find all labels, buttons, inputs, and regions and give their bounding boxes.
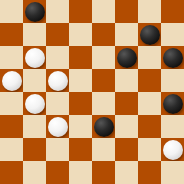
square-2[interactable]	[69, 0, 92, 23]
square-1[interactable]: ●	[23, 0, 46, 23]
square-30[interactable]	[46, 161, 69, 184]
square-23[interactable]: ●	[92, 115, 115, 138]
white-piece[interactable]: ●	[25, 94, 45, 114]
square-10[interactable]	[69, 46, 92, 69]
square-8[interactable]: ●	[138, 23, 161, 46]
square-32[interactable]	[138, 161, 161, 184]
square-27[interactable]	[115, 138, 138, 161]
square-3[interactable]	[115, 0, 138, 23]
square-light-r4c4	[92, 92, 115, 115]
square-light-r5c7	[161, 115, 184, 138]
square-light-r3c3	[69, 69, 92, 92]
square-light-r5c5	[115, 115, 138, 138]
square-light-r6c6	[138, 138, 161, 161]
square-28[interactable]: ●	[161, 138, 184, 161]
square-26[interactable]	[69, 138, 92, 161]
white-piece[interactable]: ●	[48, 71, 68, 91]
square-light-r6c2	[46, 138, 69, 161]
square-21[interactable]	[0, 115, 23, 138]
square-light-r7c3	[69, 161, 92, 184]
square-6[interactable]	[46, 23, 69, 46]
square-light-r0c6	[138, 0, 161, 23]
checkers-board: ●●●●●●●●●●●●	[0, 0, 184, 184]
white-piece[interactable]: ●	[163, 140, 183, 160]
square-light-r7c7	[161, 161, 184, 184]
square-12[interactable]: ●	[161, 46, 184, 69]
black-piece[interactable]: ●	[163, 94, 183, 114]
square-light-r0c4	[92, 0, 115, 23]
square-light-r2c2	[46, 46, 69, 69]
square-light-r3c5	[115, 69, 138, 92]
square-5[interactable]	[0, 23, 23, 46]
black-piece[interactable]: ●	[25, 2, 45, 22]
square-light-r3c7	[161, 69, 184, 92]
square-25[interactable]	[23, 138, 46, 161]
square-18[interactable]	[69, 92, 92, 115]
black-piece[interactable]: ●	[163, 48, 183, 68]
square-light-r5c1	[23, 115, 46, 138]
square-light-r1c1	[23, 23, 46, 46]
square-20[interactable]: ●	[161, 92, 184, 115]
square-light-r3c1	[23, 69, 46, 92]
square-14[interactable]: ●	[46, 69, 69, 92]
square-light-r2c6	[138, 46, 161, 69]
square-7[interactable]	[92, 23, 115, 46]
square-9[interactable]: ●	[23, 46, 46, 69]
square-light-r7c5	[115, 161, 138, 184]
square-31[interactable]	[92, 161, 115, 184]
square-16[interactable]	[138, 69, 161, 92]
square-light-r1c3	[69, 23, 92, 46]
square-light-r4c0	[0, 92, 23, 115]
square-light-r7c1	[23, 161, 46, 184]
square-light-r0c2	[46, 0, 69, 23]
square-13[interactable]: ●	[0, 69, 23, 92]
square-29[interactable]	[0, 161, 23, 184]
square-light-r2c4	[92, 46, 115, 69]
white-piece[interactable]: ●	[2, 71, 22, 91]
square-11[interactable]: ●	[115, 46, 138, 69]
square-light-r4c2	[46, 92, 69, 115]
square-light-r4c6	[138, 92, 161, 115]
square-19[interactable]	[115, 92, 138, 115]
black-piece[interactable]: ●	[94, 117, 114, 137]
square-light-r6c4	[92, 138, 115, 161]
square-light-r1c7	[161, 23, 184, 46]
black-piece[interactable]: ●	[140, 25, 160, 45]
square-light-r6c0	[0, 138, 23, 161]
square-light-r2c0	[0, 46, 23, 69]
square-light-r1c5	[115, 23, 138, 46]
white-piece[interactable]: ●	[25, 48, 45, 68]
square-light-r5c3	[69, 115, 92, 138]
square-17[interactable]: ●	[23, 92, 46, 115]
square-4[interactable]	[161, 0, 184, 23]
white-piece[interactable]: ●	[48, 117, 68, 137]
square-22[interactable]: ●	[46, 115, 69, 138]
square-15[interactable]	[92, 69, 115, 92]
square-light-r0c0	[0, 0, 23, 23]
black-piece[interactable]: ●	[117, 48, 137, 68]
square-24[interactable]	[138, 115, 161, 138]
